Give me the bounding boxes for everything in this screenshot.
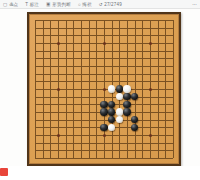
toolbar-item-select[interactable]: ▢ 选点 xyxy=(3,2,18,7)
black-stone xyxy=(100,108,107,115)
grid-line-horizontal xyxy=(35,143,173,144)
black-stone xyxy=(108,108,115,115)
star-point xyxy=(57,42,60,45)
grid-line-vertical xyxy=(142,20,143,158)
star-point xyxy=(103,134,106,137)
black-stone xyxy=(131,116,138,123)
black-stone xyxy=(131,124,138,131)
black-stone xyxy=(131,93,138,100)
star-point xyxy=(103,88,106,91)
grid-line-horizontal xyxy=(35,158,173,159)
black-stone xyxy=(116,85,123,92)
notification-badge[interactable] xyxy=(0,168,8,176)
toolbar-item-counter[interactable]: ↺ 27/2749 xyxy=(99,2,122,7)
white-stone xyxy=(116,108,123,115)
toolbar-overflow-icon[interactable]: ⋯ xyxy=(192,2,197,7)
go-grid[interactable] xyxy=(35,20,173,158)
black-stone xyxy=(108,116,115,123)
toolbar: ▢ 选点 T 标注 ▣ 形势判断 ○ 悔棋 ↺ 27/2749 ⋯ xyxy=(0,0,200,9)
grid-line-horizontal xyxy=(35,150,173,151)
toolbar-item-undo[interactable]: ○ 悔棋 xyxy=(78,2,92,7)
black-stone xyxy=(100,124,107,131)
go-board[interactable] xyxy=(27,12,181,166)
app-window: ▢ 选点 T 标注 ▣ 形势判断 ○ 悔棋 ↺ 27/2749 ⋯ xyxy=(0,0,200,180)
star-point xyxy=(149,134,152,137)
star-point xyxy=(149,88,152,91)
white-stone xyxy=(108,124,115,131)
toolbar-item-estimate[interactable]: ▣ 形势判断 xyxy=(46,2,71,7)
grid-line-vertical xyxy=(135,20,136,158)
grid-line-vertical xyxy=(173,20,174,158)
star-point xyxy=(149,42,152,45)
grid-line-vertical xyxy=(158,20,159,158)
star-point xyxy=(57,134,60,137)
toolbar-item-markup[interactable]: T 标注 xyxy=(25,2,39,7)
grid-line-horizontal xyxy=(35,97,173,98)
bottom-strip xyxy=(0,166,200,180)
white-stone xyxy=(116,116,123,123)
white-stone xyxy=(123,85,130,92)
black-stone xyxy=(100,101,107,108)
white-stone xyxy=(116,93,123,100)
star-point xyxy=(103,42,106,45)
grid-line-horizontal xyxy=(35,120,173,121)
white-stone xyxy=(108,85,115,92)
star-point xyxy=(57,88,60,91)
black-stone xyxy=(123,108,130,115)
black-stone xyxy=(108,101,115,108)
grid-line-vertical xyxy=(165,20,166,158)
black-stone xyxy=(123,93,130,100)
black-stone xyxy=(123,101,130,108)
